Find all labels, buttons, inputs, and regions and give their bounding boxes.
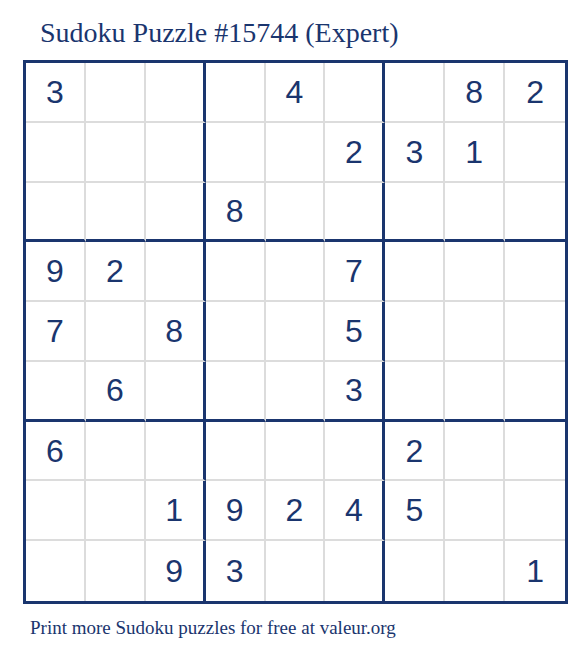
cell-r3c6[interactable] xyxy=(325,183,385,243)
cell-r1c8[interactable]: 8 xyxy=(445,63,505,123)
cell-r4c3[interactable] xyxy=(146,242,206,302)
cell-r7c8[interactable] xyxy=(445,422,505,482)
cell-r1c1[interactable]: 3 xyxy=(26,63,86,123)
cell-r3c8[interactable] xyxy=(445,183,505,243)
cell-r2c3[interactable] xyxy=(146,123,206,183)
cell-r4c8[interactable] xyxy=(445,242,505,302)
cell-r6c5[interactable] xyxy=(266,362,326,422)
cell-r9c3[interactable]: 9 xyxy=(146,541,206,601)
cell-r6c2[interactable]: 6 xyxy=(86,362,146,422)
cell-r4c7[interactable] xyxy=(385,242,445,302)
cell-r5c6[interactable]: 5 xyxy=(325,302,385,362)
cell-r9c7[interactable] xyxy=(385,541,445,601)
cell-r3c2[interactable] xyxy=(86,183,146,243)
cell-r8c6[interactable]: 4 xyxy=(325,481,385,541)
cell-r1c4[interactable] xyxy=(206,63,266,123)
cell-r9c8[interactable] xyxy=(445,541,505,601)
cell-r6c1[interactable] xyxy=(26,362,86,422)
cell-r4c6[interactable]: 7 xyxy=(325,242,385,302)
cell-r8c9[interactable] xyxy=(505,481,565,541)
cell-r1c6[interactable] xyxy=(325,63,385,123)
cell-r2c2[interactable] xyxy=(86,123,146,183)
cell-r8c4[interactable]: 9 xyxy=(206,481,266,541)
cell-r7c5[interactable] xyxy=(266,422,326,482)
cell-r8c8[interactable] xyxy=(445,481,505,541)
cell-r5c1[interactable]: 7 xyxy=(26,302,86,362)
cell-r9c2[interactable] xyxy=(86,541,146,601)
cell-r6c3[interactable] xyxy=(146,362,206,422)
cell-r2c5[interactable] xyxy=(266,123,326,183)
cell-r6c4[interactable] xyxy=(206,362,266,422)
cell-r7c9[interactable] xyxy=(505,422,565,482)
cell-r6c6[interactable]: 3 xyxy=(325,362,385,422)
cell-r7c3[interactable] xyxy=(146,422,206,482)
sudoku-grid: 34822318927785636219245931 xyxy=(23,60,568,604)
cell-r5c4[interactable] xyxy=(206,302,266,362)
cell-r6c9[interactable] xyxy=(505,362,565,422)
cell-r5c2[interactable] xyxy=(86,302,146,362)
cell-r9c9[interactable]: 1 xyxy=(505,541,565,601)
cell-r7c2[interactable] xyxy=(86,422,146,482)
cell-r8c2[interactable] xyxy=(86,481,146,541)
cell-r7c1[interactable]: 6 xyxy=(26,422,86,482)
cell-r7c6[interactable] xyxy=(325,422,385,482)
cell-r1c2[interactable] xyxy=(86,63,146,123)
cell-r5c9[interactable] xyxy=(505,302,565,362)
cell-r3c3[interactable] xyxy=(146,183,206,243)
cell-r6c7[interactable] xyxy=(385,362,445,422)
cell-r3c1[interactable] xyxy=(26,183,86,243)
cell-r7c7[interactable]: 2 xyxy=(385,422,445,482)
cell-r4c1[interactable]: 9 xyxy=(26,242,86,302)
cell-r5c3[interactable]: 8 xyxy=(146,302,206,362)
cell-r1c3[interactable] xyxy=(146,63,206,123)
cell-r1c5[interactable]: 4 xyxy=(266,63,326,123)
cell-r4c2[interactable]: 2 xyxy=(86,242,146,302)
footer-text: Print more Sudoku puzzles for free at va… xyxy=(30,617,396,639)
page-title: Sudoku Puzzle #15744 (Expert) xyxy=(40,18,399,48)
cell-r9c4[interactable]: 3 xyxy=(206,541,266,601)
cell-r6c8[interactable] xyxy=(445,362,505,422)
cell-r1c9[interactable]: 2 xyxy=(505,63,565,123)
cell-r2c8[interactable]: 1 xyxy=(445,123,505,183)
cell-r2c6[interactable]: 2 xyxy=(325,123,385,183)
cell-r4c4[interactable] xyxy=(206,242,266,302)
cell-r5c7[interactable] xyxy=(385,302,445,362)
cell-r8c5[interactable]: 2 xyxy=(266,481,326,541)
cell-r8c1[interactable] xyxy=(26,481,86,541)
cell-r4c9[interactable] xyxy=(505,242,565,302)
cell-r2c1[interactable] xyxy=(26,123,86,183)
cell-r2c4[interactable] xyxy=(206,123,266,183)
cell-r1c7[interactable] xyxy=(385,63,445,123)
cell-r9c1[interactable] xyxy=(26,541,86,601)
cell-r2c7[interactable]: 3 xyxy=(385,123,445,183)
cell-r4c5[interactable] xyxy=(266,242,326,302)
cell-r7c4[interactable] xyxy=(206,422,266,482)
cell-r3c7[interactable] xyxy=(385,183,445,243)
cell-r8c3[interactable]: 1 xyxy=(146,481,206,541)
cell-r3c9[interactable] xyxy=(505,183,565,243)
cell-r5c8[interactable] xyxy=(445,302,505,362)
cell-r3c5[interactable] xyxy=(266,183,326,243)
cell-r9c6[interactable] xyxy=(325,541,385,601)
cell-r8c7[interactable]: 5 xyxy=(385,481,445,541)
cell-r9c5[interactable] xyxy=(266,541,326,601)
cell-r3c4[interactable]: 8 xyxy=(206,183,266,243)
cell-r5c5[interactable] xyxy=(266,302,326,362)
cell-r2c9[interactable] xyxy=(505,123,565,183)
